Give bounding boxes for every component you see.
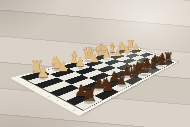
rank-label-left-3: 3	[32, 87, 36, 89]
rank-label-left-1: 1	[17, 79, 21, 80]
file-label-bottom-b: b	[111, 96, 114, 98]
photo-scene: aa11bb22cc33dd44ee55ff66gg77hh88 ♜♞♝♛♚♝♞…	[0, 0, 190, 127]
rank-label-left-6: 6	[55, 100, 59, 102]
file-label-bottom-h: h	[171, 64, 173, 65]
file-label-bottom-f: f	[157, 72, 159, 73]
file-label-bottom-d: d	[137, 82, 139, 83]
rank-label-left-2: 2	[24, 83, 28, 85]
file-label-bottom-g: g	[164, 68, 166, 69]
file-label-bottom-e: e	[148, 76, 150, 77]
rank-label-left-5: 5	[47, 95, 51, 97]
rank-label-left-7: 7	[64, 104, 68, 106]
rank-label-left-8: 8	[72, 109, 76, 111]
board-grid	[21, 47, 174, 110]
rank-label-left-4: 4	[39, 91, 43, 93]
file-label-bottom-a: a	[93, 105, 97, 107]
file-label-bottom-c: c	[125, 88, 128, 89]
chessboard: aa11bb22cc33dd44ee55ff66gg77hh88	[10, 46, 178, 116]
